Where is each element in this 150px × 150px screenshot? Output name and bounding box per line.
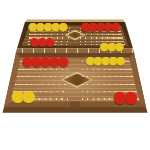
yellow-checker: ● [23, 91, 34, 102]
checker-group-far-left-top: ●●●●● [29, 23, 67, 31]
point-inlay-line [82, 76, 133, 77]
point-inlay-line [82, 84, 135, 85]
red-checker: ● [126, 91, 137, 102]
point-inlay-line [82, 69, 132, 70]
point-inlay-line [80, 34, 122, 35]
checker-group-near-left-top: ●●●●● [23, 56, 68, 65]
checker-group-near-left-bottom: ●● [13, 91, 35, 102]
yellow-checker: ● [59, 23, 67, 31]
point-inlay-line [18, 69, 68, 70]
yellow-checker: ● [116, 43, 124, 51]
red-checker: ● [59, 56, 68, 65]
checker-group-far-right-top: ●●●●● [82, 23, 120, 31]
checker-group-near-right-top: ●●●●● [87, 57, 125, 65]
checker-group-far-right-bottom: ●●● [101, 43, 124, 51]
checker-group-near-right-bottom: ●● [115, 91, 137, 102]
point-inlay-line [80, 37, 123, 38]
red-checker: ● [46, 38, 54, 46]
backgammon-board-photo: ●●●●● ●●●●● ●●● ●●● ●●●●● ●●●●● ●● ●● [0, 0, 150, 150]
checker-group-far-left-bottom: ●●● [31, 38, 54, 46]
point-inlay-line [15, 84, 68, 85]
point-inlay-line [17, 76, 68, 77]
red-checker: ● [112, 23, 120, 31]
yellow-checker: ● [117, 57, 125, 65]
